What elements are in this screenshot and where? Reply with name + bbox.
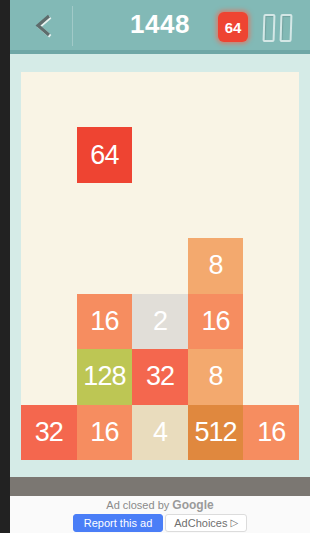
next-tile-value: 64 — [225, 19, 242, 36]
tile-128: 128 — [77, 349, 133, 404]
adchoices-button[interactable]: AdChoices ▷ — [165, 514, 247, 532]
ad-closed-text: Ad closed by Google — [10, 498, 310, 512]
pause-icon — [262, 14, 275, 42]
top-bar-shadow — [10, 50, 310, 54]
board[interactable]: 648162161283283216451216 — [21, 72, 299, 460]
falling-tile-64: 64 — [77, 127, 133, 182]
tile-8: 8 — [188, 238, 244, 293]
app-screen: 1448 64 648162161283283216451216 Ad clos… — [10, 0, 310, 533]
pause-button[interactable] — [259, 14, 295, 42]
tile-4: 4 — [132, 405, 188, 460]
ad-divider-bar — [10, 477, 310, 496]
google-logo: Google — [172, 498, 213, 512]
tile-8: 8 — [188, 349, 244, 404]
tile-2: 2 — [132, 294, 188, 349]
adchoices-icon: ▷ — [230, 515, 238, 531]
ad-panel: Ad closed by Google Report this ad AdCho… — [10, 496, 310, 533]
report-ad-button[interactable]: Report this ad — [73, 514, 163, 532]
tile-16: 16 — [77, 294, 133, 349]
pause-icon — [279, 14, 292, 42]
next-tile-badge: 64 — [218, 12, 248, 42]
tile-16: 16 — [77, 405, 133, 460]
tile-16: 16 — [243, 405, 299, 460]
tile-512: 512 — [188, 405, 244, 460]
ad-buttons-row: Report this ad AdChoices ▷ — [10, 514, 310, 532]
tile-32: 32 — [21, 405, 77, 460]
tile-32: 32 — [132, 349, 188, 404]
game-area: 648162161283283216451216 — [10, 54, 310, 477]
tile-16: 16 — [188, 294, 244, 349]
top-bar: 1448 64 — [10, 0, 310, 50]
